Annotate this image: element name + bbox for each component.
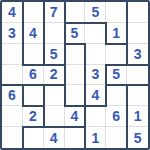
cell-r1c1[interactable]: 4 xyxy=(2,2,23,23)
cell-r1c5[interactable]: 5 xyxy=(85,2,106,23)
given-digit: 2 xyxy=(29,108,37,124)
given-digit: 5 xyxy=(112,66,120,82)
given-digit: 3 xyxy=(91,66,99,82)
cell-r1c2[interactable] xyxy=(23,2,44,23)
given-digit: 5 xyxy=(50,46,58,62)
given-digit: 4 xyxy=(71,108,79,124)
cell-r1c6[interactable] xyxy=(106,2,127,23)
given-digit: 1 xyxy=(112,25,120,41)
cell-r4c6[interactable]: 5 xyxy=(106,65,127,86)
cell-r5c1[interactable]: 6 xyxy=(2,85,23,106)
cell-r4c7[interactable] xyxy=(127,65,148,86)
cell-r6c1[interactable] xyxy=(2,106,23,127)
cell-r7c4[interactable] xyxy=(65,127,86,148)
given-digit: 6 xyxy=(112,108,120,124)
cell-r6c7[interactable]: 1 xyxy=(127,106,148,127)
given-digit: 3 xyxy=(8,25,16,41)
cell-r4c2[interactable]: 6 xyxy=(23,65,44,86)
cell-r7c6[interactable] xyxy=(106,127,127,148)
cell-r1c7[interactable] xyxy=(127,2,148,23)
cell-r3c6[interactable] xyxy=(106,44,127,65)
cell-r3c3[interactable]: 5 xyxy=(44,44,65,65)
cell-r4c1[interactable] xyxy=(2,65,23,86)
cell-r4c3[interactable]: 2 xyxy=(44,65,65,86)
cell-r6c6[interactable]: 6 xyxy=(106,106,127,127)
given-digit: 4 xyxy=(50,130,58,146)
cell-r5c2[interactable] xyxy=(23,85,44,106)
given-digit: 7 xyxy=(50,4,58,20)
cell-r7c7[interactable]: 5 xyxy=(127,127,148,148)
given-digit: 5 xyxy=(71,25,79,41)
given-digit: 4 xyxy=(91,87,99,103)
cell-r5c6[interactable] xyxy=(106,85,127,106)
sudoku-board: 4753451536235642461415 xyxy=(0,0,150,150)
cell-r2c4[interactable]: 5 xyxy=(65,23,86,44)
given-digit: 6 xyxy=(8,87,16,103)
cell-r7c2[interactable] xyxy=(23,127,44,148)
cell-r2c7[interactable] xyxy=(127,23,148,44)
cell-r7c1[interactable] xyxy=(2,127,23,148)
given-digit: 5 xyxy=(134,130,142,146)
given-digit: 4 xyxy=(8,4,16,20)
given-digit: 4 xyxy=(29,25,37,41)
given-digit: 3 xyxy=(134,46,142,62)
cell-r6c2[interactable]: 2 xyxy=(23,106,44,127)
given-digit: 2 xyxy=(50,66,58,82)
cell-r1c3[interactable]: 7 xyxy=(44,2,65,23)
cell-r3c2[interactable] xyxy=(23,44,44,65)
cell-r3c5[interactable] xyxy=(85,44,106,65)
cell-r3c4[interactable] xyxy=(65,44,86,65)
cell-r4c4[interactable] xyxy=(65,65,86,86)
cell-r1c4[interactable] xyxy=(65,2,86,23)
cell-r2c3[interactable] xyxy=(44,23,65,44)
given-digit: 6 xyxy=(29,66,37,82)
given-digit: 1 xyxy=(91,130,99,146)
given-digit: 1 xyxy=(134,108,142,124)
cell-r2c5[interactable] xyxy=(85,23,106,44)
cell-r4c5[interactable]: 3 xyxy=(85,65,106,86)
cell-r2c6[interactable]: 1 xyxy=(106,23,127,44)
cell-r3c7[interactable]: 3 xyxy=(127,44,148,65)
cell-r5c3[interactable] xyxy=(44,85,65,106)
cell-r5c7[interactable] xyxy=(127,85,148,106)
cell-r7c5[interactable]: 1 xyxy=(85,127,106,148)
cell-r2c1[interactable]: 3 xyxy=(2,23,23,44)
cell-r5c4[interactable] xyxy=(65,85,86,106)
given-digit: 5 xyxy=(91,4,99,20)
cell-r6c5[interactable] xyxy=(85,106,106,127)
cell-r6c4[interactable]: 4 xyxy=(65,106,86,127)
cell-r6c3[interactable] xyxy=(44,106,65,127)
cell-r2c2[interactable]: 4 xyxy=(23,23,44,44)
cell-r7c3[interactable]: 4 xyxy=(44,127,65,148)
cell-r3c1[interactable] xyxy=(2,44,23,65)
cell-r5c5[interactable]: 4 xyxy=(85,85,106,106)
